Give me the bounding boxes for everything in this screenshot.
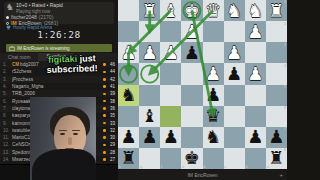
square-d4[interactable]: ♟ (203, 63, 224, 84)
standings-rank: 10. (3, 128, 12, 133)
tab-chat-room[interactable]: Chat room (0, 55, 38, 60)
standings-row[interactable]: 4.Nagario_Mgha41 (0, 83, 118, 90)
square-h3[interactable]: ♟ (118, 42, 139, 63)
square-c2[interactable] (224, 21, 245, 42)
nameplate-player: IM EricRosen (187, 172, 217, 178)
piece-white-R: ♜ (139, 0, 160, 21)
square-c4[interactable]: ♟ (224, 63, 245, 84)
streak-icon (103, 85, 106, 88)
game-status: Playing right now (16, 9, 63, 14)
square-h2[interactable] (118, 21, 139, 42)
piece-black-N: ♞ (118, 85, 139, 106)
square-d8[interactable]: d (203, 148, 224, 169)
square-g7[interactable]: ♟ (139, 127, 160, 148)
piece-white-N: ♞ (224, 0, 245, 21)
square-g2[interactable] (139, 21, 160, 42)
square-h5[interactable]: ♞ (118, 85, 139, 106)
square-b1[interactable]: ♞ (245, 0, 266, 21)
streak-icon (103, 78, 106, 81)
streak-icon (103, 136, 106, 139)
square-g5[interactable] (139, 85, 160, 106)
square-b2[interactable]: ♟ (245, 21, 266, 42)
standings-rank: 8. (3, 113, 12, 118)
standings-name: TRB_2006 (12, 91, 103, 96)
square-a3[interactable]: 3 (266, 42, 287, 63)
standings-score: 39 (107, 91, 115, 96)
piece-black-P: ♟ (118, 127, 139, 148)
standings-rank: 6. (3, 99, 12, 104)
square-e2[interactable]: ♟ (181, 21, 202, 42)
piece-black-K: ♚ (181, 148, 202, 169)
square-f4[interactable] (160, 63, 181, 84)
file-label: a (267, 165, 269, 169)
file-label: b (246, 165, 248, 169)
square-a7[interactable]: ♟7 (266, 127, 287, 148)
square-e4[interactable] (181, 63, 202, 84)
rank-label: 1 (284, 0, 286, 4)
rank-label: 5 (284, 85, 286, 89)
standings-score: 32 (107, 128, 115, 133)
piece-white-Q: ♛ (203, 0, 224, 21)
standings-rank: 13. (3, 150, 12, 155)
game-time-control: 10+0 • Rated • Rapid (16, 3, 63, 9)
square-c1[interactable]: ♞ (224, 0, 245, 21)
square-d2[interactable] (203, 21, 224, 42)
file-label: f (161, 165, 162, 169)
square-c6[interactable] (224, 106, 245, 127)
streak-icon (103, 129, 106, 132)
subscriber-alert: figitaki just subscribed! (34, 53, 111, 76)
file-label: c (224, 165, 226, 169)
file-label: e (182, 165, 184, 169)
standings-rank: 1. (3, 62, 12, 67)
square-f2[interactable] (160, 21, 181, 42)
piece-white-P: ♟ (203, 63, 224, 84)
piece-black-P: ♟ (139, 127, 160, 148)
square-b7[interactable]: ♟ (245, 127, 266, 148)
rank-label: 3 (284, 43, 286, 47)
tv-icon (9, 46, 15, 51)
square-b8[interactable]: b (245, 148, 266, 169)
square-e5[interactable] (181, 85, 202, 106)
square-d6[interactable]: ♛ (203, 106, 224, 127)
piece-black-P: ♟ (224, 63, 245, 84)
standings-rank: 4. (3, 84, 12, 89)
square-a8[interactable]: ♜8a (266, 148, 287, 169)
square-g4[interactable] (139, 63, 160, 84)
square-h4[interactable] (118, 63, 139, 84)
standings-name: Nagario_Mgha (12, 84, 103, 89)
square-c3[interactable]: ♟ (224, 42, 245, 63)
chess-board: ♜♝♚♛♞♞♜1♟♟2♟♟♟♟♟3♟♟♟4♞♟5♝♛6♟♟♟♞♟♟7♜hgf♚e… (118, 0, 287, 169)
rank-label: 4 (284, 64, 286, 68)
streamer-eye-left (60, 133, 65, 135)
white-color-icon (6, 16, 9, 19)
piece-black-R: ♜ (118, 148, 139, 169)
streaming-banner[interactable]: IM EricRosen is streaming (6, 44, 112, 52)
square-e7[interactable] (181, 127, 202, 148)
lastmove-highlight (160, 106, 181, 127)
square-g8[interactable]: g (139, 148, 160, 169)
standings-rank: 14. (3, 157, 12, 162)
piece-white-N: ♞ (245, 0, 266, 21)
standings-rank: 3. (3, 77, 12, 82)
standings-score: 27 (107, 157, 115, 162)
square-b5[interactable] (245, 85, 266, 106)
square-e3[interactable]: ♟ (181, 42, 202, 63)
subscriber-line2: subscribed! (46, 63, 97, 75)
square-d1[interactable]: ♛ (203, 0, 224, 21)
piece-white-B: ♝ (160, 0, 181, 21)
square-b4[interactable]: ♟ (245, 63, 266, 84)
standings-score: 33 (107, 121, 115, 126)
webcam-overlay (30, 97, 96, 180)
square-a1[interactable]: ♜1 (266, 0, 287, 21)
piece-black-P: ♟ (181, 42, 202, 63)
file-label: d (203, 165, 205, 169)
square-a4[interactable]: 4 (266, 63, 287, 84)
square-c7[interactable] (224, 127, 245, 148)
standings-rank: 5. (3, 91, 12, 96)
piece-white-P: ♟ (118, 42, 139, 63)
standings-title: CM (12, 62, 19, 67)
streak-icon (103, 158, 106, 161)
square-e1[interactable]: ♚ (181, 0, 202, 21)
square-f6[interactable] (160, 106, 181, 127)
square-g1[interactable]: ♜ (139, 0, 160, 21)
piece-white-P: ♟ (181, 21, 202, 42)
square-g3[interactable]: ♟ (139, 42, 160, 63)
square-d5[interactable]: ♟ (203, 85, 224, 106)
standings-name: jProchess (12, 77, 103, 82)
square-h7[interactable]: ♟ (118, 127, 139, 148)
square-g6[interactable]: ♝ (139, 106, 160, 127)
square-c8[interactable]: c (224, 148, 245, 169)
standings-score: 36 (107, 106, 115, 111)
standings-score: 38 (107, 99, 115, 104)
file-label: h (119, 165, 121, 169)
board-nameplate: IM EricRosen + (118, 170, 287, 180)
square-a6[interactable]: 6 (266, 106, 287, 127)
standings-score: 41 (107, 84, 115, 89)
streak-icon (103, 107, 106, 110)
piece-black-Q: ♛ (203, 106, 224, 127)
square-f3[interactable]: ♟ (160, 42, 181, 63)
piece-white-P: ♟ (224, 42, 245, 63)
standings-rank: 12. (3, 142, 12, 147)
streamer-brow-right (72, 130, 80, 131)
standings-rank: 2. (3, 69, 12, 74)
knight-icon: ♞ (6, 3, 14, 12)
rank-label: 8 (284, 148, 286, 152)
standings-row[interactable]: 3.jProchess42 (0, 76, 118, 83)
piece-white-P: ♟ (245, 21, 266, 42)
piece-white-K: ♚ (181, 0, 202, 21)
standings-score: 29 (107, 142, 115, 147)
square-a5[interactable]: 5 (266, 85, 287, 106)
standings-score: 42 (107, 77, 115, 82)
standings-rank: 7. (3, 106, 12, 111)
piece-black-B: ♝ (139, 106, 160, 127)
stream-page: ♞ 10+0 • Rated • Rapid Playing right now… (0, 0, 320, 180)
streak-icon (103, 100, 106, 103)
square-f8[interactable]: f (160, 148, 181, 169)
subscriber-suffix: just (77, 53, 96, 64)
square-c5[interactable] (224, 85, 245, 106)
piece-black-P: ♟ (160, 127, 181, 148)
game-info-card: ♞ 10+0 • Rated • Rapid Playing right now… (4, 2, 114, 24)
file-label: g (140, 165, 142, 169)
standings-score: 28 (107, 150, 115, 155)
streak-icon (103, 114, 106, 117)
streak-icon (103, 144, 106, 147)
streak-icon (103, 93, 106, 96)
tournament-clock: 1:26:28 (0, 29, 118, 40)
square-f5[interactable] (160, 85, 181, 106)
piece-white-P: ♟ (245, 63, 266, 84)
piece-black-N: ♞ (203, 127, 224, 148)
streamer-brow-left (59, 130, 67, 131)
streak-icon (103, 151, 106, 154)
standings-rank: 11. (3, 135, 12, 140)
rank-label: 7 (284, 127, 286, 131)
streaming-banner-text: IM EricRosen is streaming (17, 46, 70, 51)
square-a2[interactable]: 2 (266, 21, 287, 42)
piece-white-P: ♟ (160, 42, 181, 63)
rank-label: 6 (284, 106, 286, 110)
streamer-eye-right (73, 133, 78, 135)
square-e6[interactable] (181, 106, 202, 127)
square-h6[interactable] (118, 106, 139, 127)
standings-score: 35 (107, 113, 115, 118)
square-b6[interactable] (245, 106, 266, 127)
square-b3[interactable] (245, 42, 266, 63)
piece-white-P: ♟ (139, 42, 160, 63)
standings-score: 30 (107, 135, 115, 140)
square-f7[interactable]: ♟ (160, 127, 181, 148)
streamer-nose (68, 137, 72, 145)
square-e8[interactable]: ♚e (181, 148, 202, 169)
rank-label: 2 (284, 22, 286, 26)
add-button[interactable]: + (279, 172, 283, 178)
standings-rank: 9. (3, 121, 12, 126)
piece-black-P: ♟ (245, 127, 266, 148)
square-h1[interactable] (118, 0, 139, 21)
square-h8[interactable]: ♜h (118, 148, 139, 169)
square-d3[interactable] (203, 42, 224, 63)
square-d7[interactable]: ♞ (203, 127, 224, 148)
piece-black-P: ♟ (203, 85, 224, 106)
square-f1[interactable]: ♝ (160, 0, 181, 21)
streak-icon (103, 122, 106, 125)
streamer-body (32, 149, 96, 180)
